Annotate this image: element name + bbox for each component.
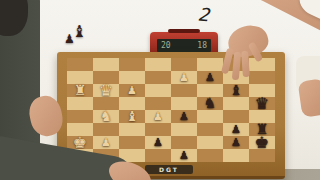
square-g3 xyxy=(119,136,145,149)
piece-black-rook-f8: ♜ xyxy=(249,123,275,136)
square-e5: ♟ xyxy=(171,110,197,123)
square-g7: ♟ xyxy=(223,136,249,149)
square-c2: ♛ xyxy=(93,84,119,97)
square-d5 xyxy=(171,97,197,110)
clock-display: 20 18 xyxy=(157,39,211,52)
square-h7 xyxy=(223,149,249,162)
piece-white-rook-c1: ♜ xyxy=(67,84,93,97)
square-e4: ♟ xyxy=(145,110,171,123)
piece-black-king-g8: ♚ xyxy=(249,136,275,149)
square-a6 xyxy=(197,58,223,71)
square-a4 xyxy=(145,58,171,71)
square-b1 xyxy=(67,71,93,84)
piece-black-pawn-f7: ♟ xyxy=(223,123,249,136)
square-b8 xyxy=(249,71,275,84)
piece-black-queen-d8: ♛ xyxy=(249,97,275,110)
square-b6: ♟ xyxy=(197,71,223,84)
captured-black-pawn: ♟ xyxy=(64,32,75,46)
clock-time-left: 20 xyxy=(161,41,171,50)
square-g5 xyxy=(171,136,197,149)
piece-black-pawn-g4: ♟ xyxy=(145,136,171,149)
piece-white-pawn-c3: ♟ xyxy=(119,84,145,97)
board-number-card: 2 xyxy=(190,4,218,32)
square-b5: ♟ xyxy=(171,71,197,84)
dgt-logo: DGT xyxy=(145,165,193,174)
square-d4 xyxy=(145,97,171,110)
piece-black-pawn-h5: ♟ xyxy=(171,149,197,162)
dgt-logo-text: DGT xyxy=(159,166,179,173)
square-h4 xyxy=(145,149,171,162)
square-f8: ♜ xyxy=(249,123,275,136)
board-number: 2 xyxy=(197,3,211,25)
square-d8: ♛ xyxy=(249,97,275,110)
piece-white-king-g1: ♚ xyxy=(67,136,93,149)
square-b4 xyxy=(145,71,171,84)
square-d3 xyxy=(119,97,145,110)
square-e3: ♝ xyxy=(119,110,145,123)
square-f3 xyxy=(119,123,145,136)
square-e1 xyxy=(67,110,93,123)
square-c3: ♟ xyxy=(119,84,145,97)
piece-white-pawn-b5: ♟ xyxy=(171,71,197,84)
square-f4 xyxy=(145,123,171,136)
clock-time-right: 18 xyxy=(197,41,207,50)
piece-black-pawn-b6: ♟ xyxy=(197,71,223,84)
square-f2 xyxy=(93,123,119,136)
square-g1: ♚ xyxy=(67,136,93,149)
square-c5 xyxy=(171,84,197,97)
square-c1: ♜ xyxy=(67,84,93,97)
square-e2: ♞ xyxy=(93,110,119,123)
square-a5 xyxy=(171,58,197,71)
square-c8 xyxy=(249,84,275,97)
square-d6: ♞ xyxy=(197,97,223,110)
square-a1 xyxy=(67,58,93,71)
square-a3 xyxy=(119,58,145,71)
square-d2 xyxy=(93,97,119,110)
square-g8: ♚ xyxy=(249,136,275,149)
square-e6 xyxy=(197,110,223,123)
square-c7: ♝ xyxy=(223,84,249,97)
square-g4: ♟ xyxy=(145,136,171,149)
square-c6 xyxy=(197,84,223,97)
square-e7 xyxy=(223,110,249,123)
square-f6 xyxy=(197,123,223,136)
square-b3 xyxy=(119,71,145,84)
piece-white-queen-c2: ♛ xyxy=(93,84,119,97)
square-b2 xyxy=(93,71,119,84)
square-h5: ♟ xyxy=(171,149,197,162)
piece-black-bishop-c7: ♝ xyxy=(223,84,249,97)
square-d1 xyxy=(67,97,93,110)
square-f5 xyxy=(171,123,197,136)
piece-black-pawn-g7: ♟ xyxy=(223,136,249,149)
square-g6 xyxy=(197,136,223,149)
piece-black-pawn-e5: ♟ xyxy=(171,110,197,123)
square-g2: ♟ xyxy=(93,136,119,149)
square-f7: ♟ xyxy=(223,123,249,136)
photo-frame: 2 20 18 ♝♟ ♟♟♜♛♟♝♞♛♞♝♟♟♟♜♚♟♟♟♚♟ DGT ♟ xyxy=(0,0,320,180)
square-a2 xyxy=(93,58,119,71)
square-c4 xyxy=(145,84,171,97)
square-d7 xyxy=(223,97,249,110)
square-h8 xyxy=(249,149,275,162)
clock-rocker-button xyxy=(168,29,200,33)
square-f1 xyxy=(67,123,93,136)
piece-black-knight-d6: ♞ xyxy=(197,97,223,110)
piece-white-bishop-e3: ♝ xyxy=(119,110,145,123)
square-a8 xyxy=(249,58,275,71)
square-h6 xyxy=(197,149,223,162)
right-player-second-hand xyxy=(298,78,320,117)
piece-white-knight-e2: ♞ xyxy=(93,110,119,123)
piece-white-pawn-g2: ♟ xyxy=(93,136,119,149)
piece-white-pawn-e4: ♟ xyxy=(145,110,171,123)
square-e8 xyxy=(249,110,275,123)
